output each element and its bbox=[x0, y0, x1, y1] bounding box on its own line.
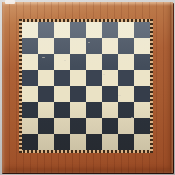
square-e5 bbox=[86, 70, 102, 86]
square-f1 bbox=[102, 134, 118, 150]
square-d4 bbox=[70, 86, 86, 102]
square-e8 bbox=[86, 22, 102, 38]
square-h4 bbox=[134, 86, 150, 102]
scuff-mark bbox=[103, 74, 105, 75]
square-g2 bbox=[118, 118, 134, 134]
square-e1 bbox=[86, 134, 102, 150]
square-b3 bbox=[38, 102, 54, 118]
square-h7 bbox=[134, 38, 150, 54]
square-e7 bbox=[86, 38, 102, 54]
square-f2 bbox=[102, 118, 118, 134]
square-g4 bbox=[118, 86, 134, 102]
square-g8 bbox=[118, 22, 134, 38]
square-c6 bbox=[54, 54, 70, 70]
square-c2 bbox=[54, 118, 70, 134]
square-a1 bbox=[22, 134, 38, 150]
square-h3 bbox=[134, 102, 150, 118]
square-f5 bbox=[102, 70, 118, 86]
square-a7 bbox=[22, 38, 38, 54]
square-g5 bbox=[118, 70, 134, 86]
square-d6 bbox=[70, 54, 86, 70]
square-h8 bbox=[134, 22, 150, 38]
square-a5 bbox=[22, 70, 38, 86]
square-d2 bbox=[70, 118, 86, 134]
square-b4 bbox=[38, 86, 54, 102]
inlay-border-right bbox=[150, 19, 153, 153]
chess-board bbox=[22, 22, 150, 150]
square-c7 bbox=[54, 38, 70, 54]
square-a8 bbox=[22, 22, 38, 38]
square-d7 bbox=[70, 38, 86, 54]
square-d1 bbox=[70, 134, 86, 150]
square-f3 bbox=[102, 102, 118, 118]
scuff-mark bbox=[118, 95, 121, 96]
square-c5 bbox=[54, 70, 70, 86]
scuff-mark bbox=[131, 117, 133, 118]
square-a3 bbox=[22, 102, 38, 118]
square-h6 bbox=[134, 54, 150, 70]
square-e2 bbox=[86, 118, 102, 134]
square-b5 bbox=[38, 70, 54, 86]
square-f4 bbox=[102, 86, 118, 102]
square-c4 bbox=[54, 86, 70, 102]
label-sticker bbox=[5, 0, 15, 4]
square-a6 bbox=[22, 54, 38, 70]
square-h2 bbox=[134, 118, 150, 134]
square-h5 bbox=[134, 70, 150, 86]
square-g1 bbox=[118, 134, 134, 150]
photo-background bbox=[0, 0, 175, 175]
square-b2 bbox=[38, 118, 54, 134]
square-f7 bbox=[102, 38, 118, 54]
square-g6 bbox=[118, 54, 134, 70]
square-e3 bbox=[86, 102, 102, 118]
square-a4 bbox=[22, 86, 38, 102]
square-g7 bbox=[118, 38, 134, 54]
square-d3 bbox=[70, 102, 86, 118]
square-f6 bbox=[102, 54, 118, 70]
square-b8 bbox=[38, 22, 54, 38]
square-e4 bbox=[86, 86, 102, 102]
square-c8 bbox=[54, 22, 70, 38]
square-e6 bbox=[86, 54, 102, 70]
square-d5 bbox=[70, 70, 86, 86]
scuff-mark bbox=[42, 57, 45, 58]
square-f8 bbox=[102, 22, 118, 38]
square-c3 bbox=[54, 102, 70, 118]
scuff-mark bbox=[88, 42, 90, 43]
square-b1 bbox=[38, 134, 54, 150]
square-a2 bbox=[22, 118, 38, 134]
square-d8 bbox=[70, 22, 86, 38]
square-b6 bbox=[38, 54, 54, 70]
square-h1 bbox=[134, 134, 150, 150]
square-c1 bbox=[54, 134, 70, 150]
square-b7 bbox=[38, 38, 54, 54]
inlay-border-bottom bbox=[19, 150, 153, 153]
scuff-mark bbox=[64, 60, 66, 61]
square-g3 bbox=[118, 102, 134, 118]
